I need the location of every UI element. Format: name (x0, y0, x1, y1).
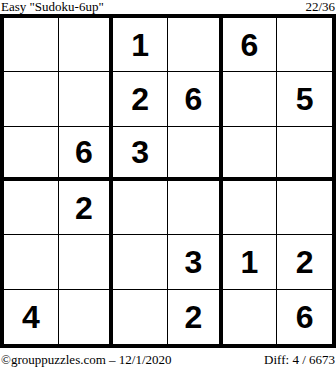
cell-r4c6[interactable] (277, 181, 332, 235)
cell-r6c5[interactable] (223, 290, 278, 344)
page-header: Easy "Sudoku-6up" 22/36 (0, 0, 336, 14)
cell-r4c3[interactable] (113, 181, 168, 235)
page-footer: ©grouppuzzles.com – 12/1/2020 Diff: 4 / … (0, 350, 336, 370)
difficulty-text: Diff: 4 / 6673 (264, 352, 336, 368)
cell-r5c4[interactable]: 3 (168, 235, 223, 289)
cell-r4c1[interactable] (4, 181, 59, 235)
cell-r2c4[interactable]: 6 (168, 72, 223, 126)
cell-r2c3[interactable]: 2 (113, 72, 168, 126)
cell-r2c6[interactable]: 5 (277, 72, 332, 126)
cell-r6c3[interactable] (113, 290, 168, 344)
puzzle-title: Easy "Sudoku-6up" (0, 0, 104, 13)
cell-r1c3[interactable]: 1 (113, 18, 168, 72)
cell-r4c2[interactable]: 2 (59, 181, 114, 235)
cell-r3c4[interactable] (168, 127, 223, 181)
sudoku-board: 16265632312426 (0, 14, 336, 348)
cell-r6c1[interactable]: 4 (4, 290, 59, 344)
cell-r5c6[interactable]: 2 (277, 235, 332, 289)
cell-r5c3[interactable] (113, 235, 168, 289)
cell-r5c2[interactable] (59, 235, 114, 289)
cell-r5c5[interactable]: 1 (223, 235, 278, 289)
cell-r3c2[interactable]: 6 (59, 127, 114, 181)
cell-r3c6[interactable] (277, 127, 332, 181)
cell-r2c2[interactable] (59, 72, 114, 126)
copyright-text: ©grouppuzzles.com – 12/1/2020 (0, 352, 172, 368)
cell-r6c4[interactable]: 2 (168, 290, 223, 344)
cell-r1c4[interactable] (168, 18, 223, 72)
cell-r1c6[interactable] (277, 18, 332, 72)
cell-r3c3[interactable]: 3 (113, 127, 168, 181)
cell-r3c1[interactable] (4, 127, 59, 181)
puzzle-page-number: 22/36 (305, 0, 336, 13)
cell-r5c1[interactable] (4, 235, 59, 289)
cell-r6c2[interactable] (59, 290, 114, 344)
cell-r3c5[interactable] (223, 127, 278, 181)
cell-r2c5[interactable] (223, 72, 278, 126)
cell-r1c2[interactable] (59, 18, 114, 72)
cell-r4c4[interactable] (168, 181, 223, 235)
cell-r2c1[interactable] (4, 72, 59, 126)
cell-r1c1[interactable] (4, 18, 59, 72)
puzzle-page: Easy "Sudoku-6up" 22/36 16265632312426 ©… (0, 0, 336, 370)
cell-r6c6[interactable]: 6 (277, 290, 332, 344)
cell-r1c5[interactable]: 6 (223, 18, 278, 72)
cell-r4c5[interactable] (223, 181, 278, 235)
